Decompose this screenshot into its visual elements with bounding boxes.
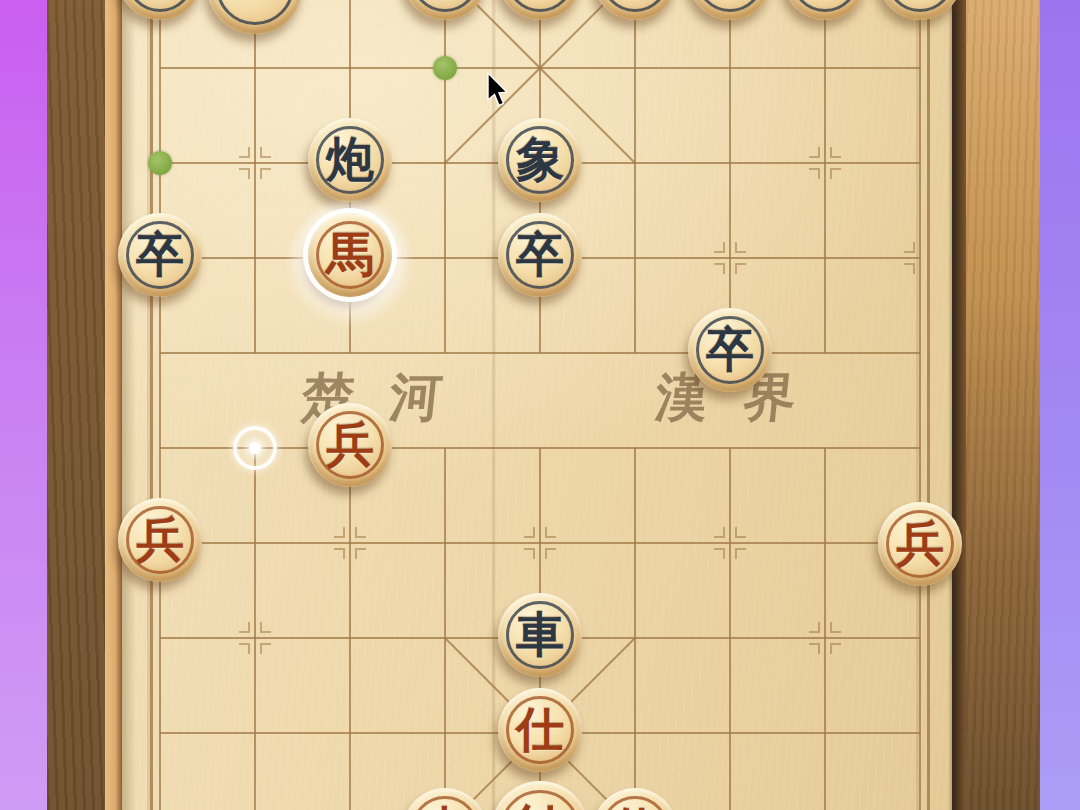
piece-ring (886, 0, 954, 12)
last-move-green-dot (148, 151, 172, 175)
piece-ring (411, 0, 479, 12)
piece-ring (216, 0, 294, 25)
piece-ring (696, 0, 764, 12)
xiangqi-app: 楚河 漢界 炮象卒馬卒卒兵兵兵車仕車帥仕 (0, 0, 1080, 810)
piece-ring (316, 221, 384, 289)
piece-ring (506, 696, 574, 764)
last-move-green-dot (433, 56, 457, 80)
piece-ring (126, 221, 194, 289)
mouse-cursor (486, 72, 512, 108)
piece-ring (791, 0, 859, 12)
piece-ring (126, 506, 194, 574)
piece-ring (316, 126, 384, 194)
piece-ring (126, 0, 194, 12)
red-horse[interactable]: 馬 (308, 213, 392, 297)
black-cannon[interactable]: 炮 (308, 118, 392, 202)
red-advisor[interactable]: 仕 (498, 688, 582, 772)
black-chariot[interactable]: 車 (498, 593, 582, 677)
piece-ring (500, 790, 579, 810)
red-soldier[interactable]: 兵 (118, 498, 202, 582)
black-elephant[interactable]: 象 (498, 118, 582, 202)
piece-ring (506, 601, 574, 669)
move-origin-ring (233, 426, 277, 470)
red-soldier[interactable]: 兵 (878, 502, 962, 586)
piece-ring (601, 0, 669, 12)
black-soldier[interactable]: 卒 (498, 213, 582, 297)
piece-ring (886, 510, 954, 578)
black-soldier[interactable]: 卒 (118, 213, 202, 297)
piece-ring (506, 126, 574, 194)
piece-ring (696, 316, 764, 384)
piece-ring (506, 0, 574, 12)
red-soldier[interactable]: 兵 (308, 403, 392, 487)
black-soldier[interactable]: 卒 (688, 308, 772, 392)
piece-ring (506, 221, 574, 289)
piece-ring (316, 411, 384, 479)
